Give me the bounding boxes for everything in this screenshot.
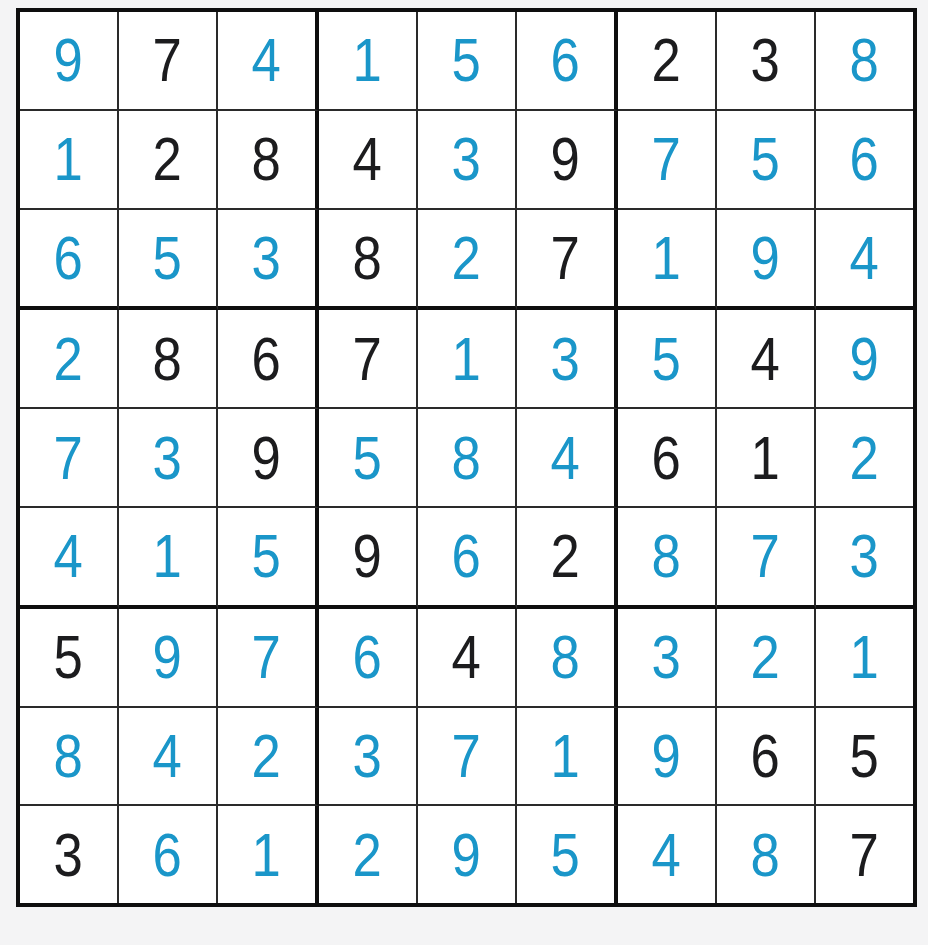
cell-r5c1[interactable]: 7 [20, 409, 119, 508]
cell-r3c9[interactable]: 4 [816, 210, 913, 311]
user-digit: 9 [452, 824, 481, 886]
user-digit: 2 [54, 328, 83, 390]
cell-r9c1[interactable]: 3 [20, 806, 119, 903]
given-digit: 8 [252, 128, 281, 190]
user-digit: 3 [452, 128, 481, 190]
cell-r6c5[interactable]: 6 [418, 508, 517, 609]
given-digit: 6 [252, 328, 281, 390]
given-digit: 7 [153, 29, 182, 91]
cell-r1c4[interactable]: 1 [319, 12, 418, 111]
user-digit: 7 [652, 128, 681, 190]
cell-r9c7[interactable]: 4 [618, 806, 717, 903]
cell-r5c3[interactable]: 9 [218, 409, 319, 508]
user-digit: 4 [54, 525, 83, 587]
cell-r4c3[interactable]: 6 [218, 310, 319, 409]
cell-r1c5[interactable]: 5 [418, 12, 517, 111]
cell-r7c2[interactable]: 9 [119, 609, 218, 708]
cell-r2c9[interactable]: 6 [816, 111, 913, 210]
user-digit: 4 [153, 725, 182, 787]
user-digit: 2 [353, 824, 382, 886]
cell-r2c4[interactable]: 4 [319, 111, 418, 210]
given-digit: 5 [850, 725, 879, 787]
cell-r4c6[interactable]: 3 [517, 310, 618, 409]
user-digit: 5 [652, 328, 681, 390]
cell-r6c1[interactable]: 4 [20, 508, 119, 609]
user-digit: 5 [452, 29, 481, 91]
given-digit: 8 [153, 328, 182, 390]
user-digit: 1 [551, 725, 580, 787]
cell-r9c2[interactable]: 6 [119, 806, 218, 903]
given-digit: 7 [850, 824, 879, 886]
cell-r1c3[interactable]: 4 [218, 12, 319, 111]
cell-r7c6[interactable]: 8 [517, 609, 618, 708]
given-digit: 9 [252, 427, 281, 489]
user-digit: 3 [652, 626, 681, 688]
cell-r2c3[interactable]: 8 [218, 111, 319, 210]
cell-r1c8[interactable]: 3 [717, 12, 816, 111]
user-digit: 8 [54, 725, 83, 787]
user-digit: 5 [751, 128, 780, 190]
cell-r7c3[interactable]: 7 [218, 609, 319, 708]
user-digit: 6 [153, 824, 182, 886]
cell-r7c7[interactable]: 3 [618, 609, 717, 708]
user-digit: 4 [551, 427, 580, 489]
user-digit: 2 [850, 427, 879, 489]
user-digit: 9 [54, 29, 83, 91]
user-digit: 3 [252, 227, 281, 289]
user-digit: 1 [153, 525, 182, 587]
cell-r8c3[interactable]: 2 [218, 708, 319, 807]
user-digit: 8 [652, 525, 681, 587]
user-digit: 8 [850, 29, 879, 91]
cell-r3c7[interactable]: 1 [618, 210, 717, 311]
cell-r2c6[interactable]: 9 [517, 111, 618, 210]
cell-r9c4[interactable]: 2 [319, 806, 418, 903]
cell-r5c4[interactable]: 5 [319, 409, 418, 508]
cell-r6c6[interactable]: 2 [517, 508, 618, 609]
cell-r2c2[interactable]: 2 [119, 111, 218, 210]
given-digit: 1 [751, 427, 780, 489]
given-digit: 6 [652, 427, 681, 489]
user-digit: 1 [353, 29, 382, 91]
user-digit: 7 [452, 725, 481, 787]
user-digit: 7 [751, 525, 780, 587]
user-digit: 1 [252, 824, 281, 886]
user-digit: 9 [153, 626, 182, 688]
cell-r6c3[interactable]: 5 [218, 508, 319, 609]
cell-r9c8[interactable]: 8 [717, 806, 816, 903]
cell-r5c6[interactable]: 4 [517, 409, 618, 508]
cell-r4c7[interactable]: 5 [618, 310, 717, 409]
cell-r8c8[interactable]: 6 [717, 708, 816, 807]
cell-r8c7[interactable]: 9 [618, 708, 717, 807]
cell-r1c1[interactable]: 9 [20, 12, 119, 111]
cell-r6c8[interactable]: 7 [717, 508, 816, 609]
user-digit: 5 [153, 227, 182, 289]
cell-r8c1[interactable]: 8 [20, 708, 119, 807]
cell-r2c8[interactable]: 5 [717, 111, 816, 210]
user-digit: 3 [551, 328, 580, 390]
user-digit: 3 [850, 525, 879, 587]
cell-r8c6[interactable]: 1 [517, 708, 618, 807]
cell-r4c1[interactable]: 2 [20, 310, 119, 409]
cell-r9c6[interactable]: 5 [517, 806, 618, 903]
given-digit: 6 [751, 725, 780, 787]
cell-r1c2[interactable]: 7 [119, 12, 218, 111]
user-digit: 8 [551, 626, 580, 688]
user-digit: 5 [252, 525, 281, 587]
cell-r3c4[interactable]: 8 [319, 210, 418, 311]
cell-r2c7[interactable]: 7 [618, 111, 717, 210]
given-digit: 9 [551, 128, 580, 190]
cell-r7c4[interactable]: 6 [319, 609, 418, 708]
cell-r3c5[interactable]: 2 [418, 210, 517, 311]
given-digit: 5 [54, 626, 83, 688]
user-digit: 4 [850, 227, 879, 289]
cell-r5c2[interactable]: 3 [119, 409, 218, 508]
cell-r7c5[interactable]: 4 [418, 609, 517, 708]
given-digit: 7 [551, 227, 580, 289]
cell-r5c8[interactable]: 1 [717, 409, 816, 508]
cell-r9c9[interactable]: 7 [816, 806, 913, 903]
cell-r3c1[interactable]: 6 [20, 210, 119, 311]
given-digit: 3 [751, 29, 780, 91]
cell-r5c9[interactable]: 2 [816, 409, 913, 508]
user-digit: 9 [751, 227, 780, 289]
user-digit: 3 [353, 725, 382, 787]
user-digit: 2 [252, 725, 281, 787]
user-digit: 7 [54, 427, 83, 489]
user-digit: 5 [551, 824, 580, 886]
user-digit: 8 [452, 427, 481, 489]
user-digit: 5 [353, 427, 382, 489]
given-digit: 8 [353, 227, 382, 289]
cell-r7c8[interactable]: 2 [717, 609, 816, 708]
given-digit: 2 [551, 525, 580, 587]
cell-r4c5[interactable]: 1 [418, 310, 517, 409]
user-digit: 6 [54, 227, 83, 289]
user-digit: 6 [353, 626, 382, 688]
cell-r1c7[interactable]: 2 [618, 12, 717, 111]
user-digit: 3 [153, 427, 182, 489]
user-digit: 7 [252, 626, 281, 688]
cell-r5c5[interactable]: 8 [418, 409, 517, 508]
cell-r4c9[interactable]: 9 [816, 310, 913, 409]
user-digit: 8 [751, 824, 780, 886]
cell-r9c5[interactable]: 9 [418, 806, 517, 903]
user-digit: 6 [551, 29, 580, 91]
cell-r9c3[interactable]: 1 [218, 806, 319, 903]
cell-r6c4[interactable]: 9 [319, 508, 418, 609]
user-digit: 2 [751, 626, 780, 688]
cell-r3c2[interactable]: 5 [119, 210, 218, 311]
cell-r5c7[interactable]: 6 [618, 409, 717, 508]
cell-r4c4[interactable]: 7 [319, 310, 418, 409]
given-digit: 7 [353, 328, 382, 390]
given-digit: 4 [751, 328, 780, 390]
cell-r8c4[interactable]: 3 [319, 708, 418, 807]
cell-r6c7[interactable]: 8 [618, 508, 717, 609]
cell-r3c3[interactable]: 3 [218, 210, 319, 311]
cell-r6c9[interactable]: 3 [816, 508, 913, 609]
user-digit: 6 [452, 525, 481, 587]
user-digit: 2 [452, 227, 481, 289]
user-digit: 4 [652, 824, 681, 886]
given-digit: 2 [652, 29, 681, 91]
user-digit: 9 [652, 725, 681, 787]
given-digit: 3 [54, 824, 83, 886]
sudoku-board: 9741562381284397566538271942867135497395… [16, 8, 917, 907]
user-digit: 1 [54, 128, 83, 190]
user-digit: 4 [252, 29, 281, 91]
user-digit: 1 [850, 626, 879, 688]
cell-r2c1[interactable]: 1 [20, 111, 119, 210]
given-digit: 2 [153, 128, 182, 190]
cell-r8c9[interactable]: 5 [816, 708, 913, 807]
cell-r4c2[interactable]: 8 [119, 310, 218, 409]
given-digit: 4 [353, 128, 382, 190]
cell-r3c6[interactable]: 7 [517, 210, 618, 311]
cell-r7c9[interactable]: 1 [816, 609, 913, 708]
user-digit: 1 [652, 227, 681, 289]
cell-r1c9[interactable]: 8 [816, 12, 913, 111]
cell-r3c8[interactable]: 9 [717, 210, 816, 311]
cell-r8c5[interactable]: 7 [418, 708, 517, 807]
cell-r2c5[interactable]: 3 [418, 111, 517, 210]
cell-r8c2[interactable]: 4 [119, 708, 218, 807]
given-digit: 9 [353, 525, 382, 587]
cell-r4c8[interactable]: 4 [717, 310, 816, 409]
cell-r7c1[interactable]: 5 [20, 609, 119, 708]
cell-r1c6[interactable]: 6 [517, 12, 618, 111]
user-digit: 6 [850, 128, 879, 190]
given-digit: 4 [452, 626, 481, 688]
user-digit: 1 [452, 328, 481, 390]
cell-r6c2[interactable]: 1 [119, 508, 218, 609]
user-digit: 9 [850, 328, 879, 390]
